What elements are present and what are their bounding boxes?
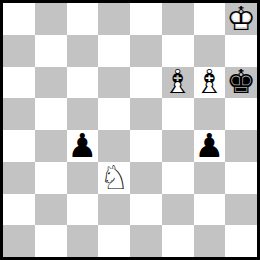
square-e2 xyxy=(130,194,162,226)
square-a5 xyxy=(3,98,35,130)
square-h8: ♚♔ xyxy=(225,3,257,35)
square-e4 xyxy=(130,130,162,162)
square-b7 xyxy=(35,35,67,67)
square-e3 xyxy=(130,162,162,194)
square-g8 xyxy=(194,3,226,35)
square-c1 xyxy=(67,225,99,257)
square-c5 xyxy=(67,98,99,130)
pawn-icon: ♟ xyxy=(68,129,98,162)
black-pawn-piece: ♟ xyxy=(194,130,226,162)
square-f4 xyxy=(162,130,194,162)
square-b6 xyxy=(35,67,67,99)
square-d3: ♞♘ xyxy=(98,162,130,194)
square-f5 xyxy=(162,98,194,130)
square-g2 xyxy=(194,194,226,226)
square-f6: ♝♗ xyxy=(162,67,194,99)
square-c2 xyxy=(67,194,99,226)
square-g5 xyxy=(194,98,226,130)
black-pawn-piece: ♟ xyxy=(67,130,99,162)
square-c3 xyxy=(67,162,99,194)
bishop-icon-fill: ♝ xyxy=(164,66,192,97)
square-e1 xyxy=(130,225,162,257)
king-icon: ♔ xyxy=(226,2,256,35)
square-b3 xyxy=(35,162,67,194)
square-e5 xyxy=(130,98,162,130)
square-d2 xyxy=(98,194,130,226)
square-f3 xyxy=(162,162,194,194)
king-icon-fill: ♚ xyxy=(227,3,255,34)
white-knight-piece: ♞♘ xyxy=(98,162,130,194)
square-c4: ♟ xyxy=(67,130,99,162)
square-d4 xyxy=(98,130,130,162)
square-f7 xyxy=(162,35,194,67)
square-a6 xyxy=(3,67,35,99)
square-b4 xyxy=(35,130,67,162)
bishop-icon: ♗ xyxy=(163,65,193,98)
square-h1 xyxy=(225,225,257,257)
square-e7 xyxy=(130,35,162,67)
square-b1 xyxy=(35,225,67,257)
square-e6 xyxy=(130,67,162,99)
square-g7 xyxy=(194,35,226,67)
square-a4 xyxy=(3,130,35,162)
square-b8 xyxy=(35,3,67,35)
square-h3 xyxy=(225,162,257,194)
white-king-piece: ♚♔ xyxy=(225,3,257,35)
chess-board: ♚♔♝♗♝♗♚♟♟♞♘ xyxy=(3,3,257,257)
square-f2 xyxy=(162,194,194,226)
king-icon: ♚ xyxy=(226,65,256,98)
bishop-icon-fill: ♝ xyxy=(195,66,223,97)
square-a8 xyxy=(3,3,35,35)
square-h4 xyxy=(225,130,257,162)
square-c6 xyxy=(67,67,99,99)
white-bishop-piece: ♝♗ xyxy=(194,67,226,99)
knight-icon: ♘ xyxy=(99,160,129,193)
chess-diagram: ♚♔♝♗♝♗♚♟♟♞♘ xyxy=(0,0,260,260)
square-g4: ♟ xyxy=(194,130,226,162)
square-g6: ♝♗ xyxy=(194,67,226,99)
square-a3 xyxy=(3,162,35,194)
square-h5 xyxy=(225,98,257,130)
black-king-piece: ♚ xyxy=(225,67,257,99)
square-e8 xyxy=(130,3,162,35)
square-d5 xyxy=(98,98,130,130)
square-c8 xyxy=(67,3,99,35)
pawn-icon: ♟ xyxy=(195,129,225,162)
square-a1 xyxy=(3,225,35,257)
square-h2 xyxy=(225,194,257,226)
square-a2 xyxy=(3,194,35,226)
square-b5 xyxy=(35,98,67,130)
square-d1 xyxy=(98,225,130,257)
white-bishop-piece: ♝♗ xyxy=(162,67,194,99)
square-f1 xyxy=(162,225,194,257)
square-h6: ♚ xyxy=(225,67,257,99)
square-b2 xyxy=(35,194,67,226)
square-f8 xyxy=(162,3,194,35)
knight-icon-fill: ♞ xyxy=(100,161,128,192)
square-d6 xyxy=(98,67,130,99)
square-a7 xyxy=(3,35,35,67)
square-d8 xyxy=(98,3,130,35)
square-g1 xyxy=(194,225,226,257)
board-frame: ♚♔♝♗♝♗♚♟♟♞♘ xyxy=(0,0,260,260)
bishop-icon: ♗ xyxy=(195,65,225,98)
square-c7 xyxy=(67,35,99,67)
square-d7 xyxy=(98,35,130,67)
square-g3 xyxy=(194,162,226,194)
square-h7 xyxy=(225,35,257,67)
